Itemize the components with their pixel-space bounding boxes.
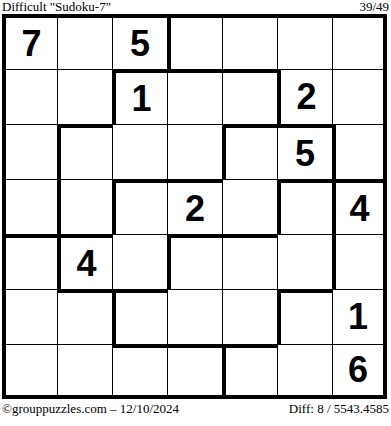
cell-r7c3[interactable] (112, 344, 167, 399)
cell-r2c1[interactable] (2, 69, 57, 124)
puzzle-title: Difficult "Sudoku-7" (2, 0, 111, 13)
cell-r6c7: 1 (332, 289, 387, 344)
cell-r1c2[interactable] (57, 14, 112, 69)
cell-r6c4[interactable] (167, 289, 222, 344)
cell-r6c2[interactable] (57, 289, 112, 344)
cell-r7c6[interactable] (277, 344, 332, 399)
header: Difficult "Sudoku-7" 39/49 (0, 0, 391, 13)
given-digit: 5 (130, 26, 150, 62)
given-digit: 4 (76, 246, 96, 282)
cell-r4c2[interactable] (57, 179, 112, 234)
cell-r2c4[interactable] (167, 69, 222, 124)
cell-r3c2[interactable] (57, 124, 112, 179)
given-digit: 1 (131, 81, 151, 117)
cell-r5c2: 4 (57, 234, 112, 289)
cell-r6c5[interactable] (222, 289, 277, 344)
cell-r1c4[interactable] (167, 14, 222, 69)
cell-r1c7[interactable] (332, 14, 387, 69)
cell-r3c4[interactable] (167, 124, 222, 179)
given-digit: 2 (185, 191, 205, 227)
cell-r4c3[interactable] (112, 179, 167, 234)
cell-r4c6[interactable] (277, 179, 332, 234)
cell-r5c1[interactable] (2, 234, 57, 289)
cell-r6c6[interactable] (277, 289, 332, 344)
given-digit: 2 (296, 79, 316, 115)
cell-r3c6: 5 (277, 124, 332, 179)
cell-r7c5[interactable] (222, 344, 277, 399)
cell-r1c3: 5 (112, 14, 167, 69)
progress-counter: 39/49 (359, 0, 389, 13)
given-digit: 4 (349, 191, 369, 227)
given-digit: 1 (348, 299, 368, 335)
cell-r5c5[interactable] (222, 234, 277, 289)
cell-r3c3[interactable] (112, 124, 167, 179)
cell-r7c7: 6 (332, 344, 387, 399)
cell-r7c2[interactable] (57, 344, 112, 399)
copyright-text: ©grouppuzzles.com – 12/10/2024 (2, 402, 179, 415)
cell-r2c6: 2 (277, 69, 332, 124)
cell-r5c6[interactable] (277, 234, 332, 289)
cell-r4c1[interactable] (2, 179, 57, 234)
cell-r1c6[interactable] (277, 14, 332, 69)
cell-r1c1: 7 (2, 14, 57, 69)
cell-r4c7: 4 (332, 179, 387, 234)
cell-r7c4[interactable] (167, 344, 222, 399)
cell-r5c4[interactable] (167, 234, 222, 289)
puzzle-page: Difficult "Sudoku-7" 39/49 7512524416 ©g… (0, 0, 391, 426)
cell-r5c7[interactable] (332, 234, 387, 289)
cell-r1c5[interactable] (222, 14, 277, 69)
cell-r3c1[interactable] (2, 124, 57, 179)
given-digit: 7 (21, 26, 41, 62)
sudoku-board: 7512524416 (2, 14, 387, 399)
given-digit: 5 (295, 136, 315, 172)
cell-r3c7[interactable] (332, 124, 387, 179)
cell-r2c5[interactable] (222, 69, 277, 124)
cell-r2c7[interactable] (332, 69, 387, 124)
cell-r2c2[interactable] (57, 69, 112, 124)
cell-r3c5[interactable] (222, 124, 277, 179)
given-digit: 6 (348, 352, 368, 388)
cell-r5c3[interactable] (112, 234, 167, 289)
cell-r4c4: 2 (167, 179, 222, 234)
cell-r7c1[interactable] (2, 344, 57, 399)
difficulty-text: Diff: 8 / 5543.4585 (289, 402, 389, 415)
footer: ©grouppuzzles.com – 12/10/2024 Diff: 8 /… (0, 402, 391, 417)
cell-r6c1[interactable] (2, 289, 57, 344)
cell-r2c3: 1 (112, 69, 167, 124)
cell-r6c3[interactable] (112, 289, 167, 344)
cell-r4c5[interactable] (222, 179, 277, 234)
